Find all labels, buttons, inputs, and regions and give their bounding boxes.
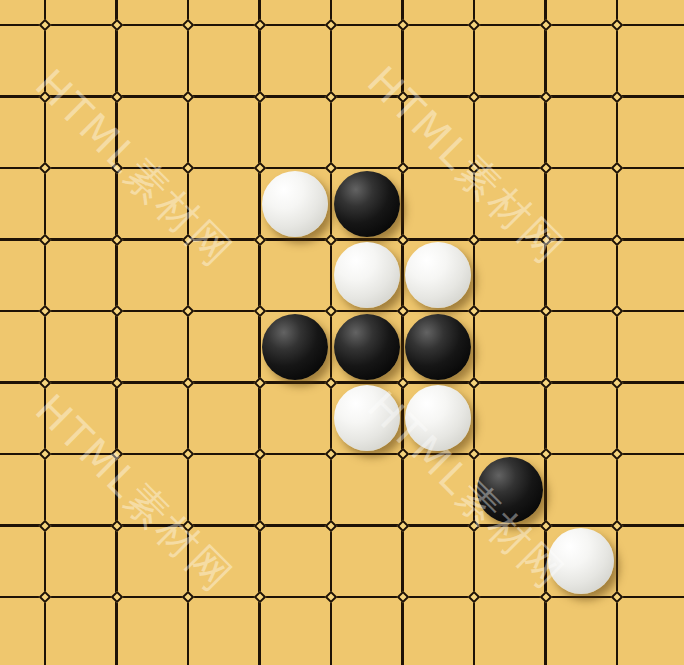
watermark-text: HTML素材网: [23, 58, 244, 279]
gomoku-board: HTML素材网HTML素材网HTML素材网HTML素材网: [0, 0, 684, 665]
watermark-layer: HTML素材网HTML素材网HTML素材网HTML素材网: [0, 0, 684, 665]
watermark-text: HTML素材网: [355, 55, 576, 276]
watermark-text: HTML素材网: [355, 380, 576, 601]
watermark-text: HTML素材网: [23, 383, 244, 604]
